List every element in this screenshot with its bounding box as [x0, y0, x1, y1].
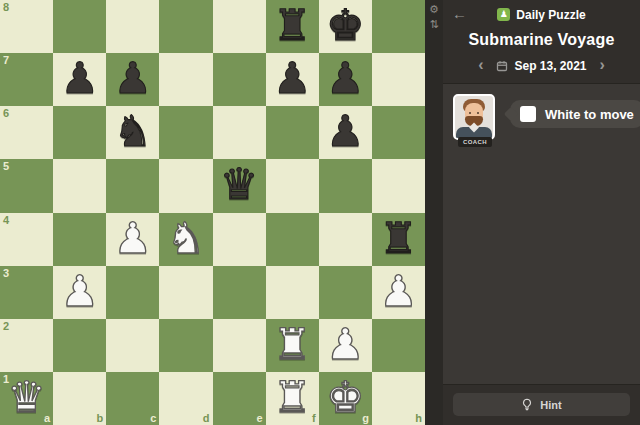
- square-e1[interactable]: e: [213, 372, 266, 425]
- hint-button[interactable]: Hint: [453, 393, 630, 416]
- square-a5[interactable]: 5: [0, 159, 53, 212]
- square-b7[interactable]: ♟: [53, 53, 106, 106]
- back-arrow-icon[interactable]: ←: [452, 6, 467, 21]
- white-rook[interactable]: ♜: [273, 323, 312, 366]
- daily-puzzle-row: ♟ Daily Puzzle: [451, 7, 632, 22]
- square-f8[interactable]: ♜: [266, 0, 319, 53]
- board-settings-gear-icon[interactable]: ⚙: [429, 3, 439, 16]
- daily-puzzle-icon: ♟: [497, 8, 510, 21]
- square-g7[interactable]: ♟: [319, 53, 372, 106]
- square-g8[interactable]: ♚: [319, 0, 372, 53]
- square-h5[interactable]: [372, 159, 425, 212]
- square-g3[interactable]: [319, 266, 372, 319]
- coach-avatar-wrap: COACH: [453, 94, 497, 140]
- black-rook[interactable]: ♜: [379, 217, 418, 260]
- coach-avatar: [453, 94, 495, 140]
- puzzle-date-group[interactable]: Sep 13, 2021: [496, 59, 586, 73]
- file-label-e: e: [257, 413, 263, 424]
- square-a7[interactable]: 7: [0, 53, 53, 106]
- square-b1[interactable]: b: [53, 372, 106, 425]
- sidebar-body: COACH White to move: [443, 84, 640, 384]
- square-a6[interactable]: 6: [0, 106, 53, 159]
- square-e7[interactable]: [213, 53, 266, 106]
- black-pawn[interactable]: ♟: [114, 57, 153, 100]
- square-h7[interactable]: [372, 53, 425, 106]
- avatar-eye: [469, 112, 471, 114]
- puzzle-name: Submarine Voyage: [451, 31, 632, 49]
- square-e4[interactable]: [213, 213, 266, 266]
- speech-bubble-tail: [504, 107, 518, 121]
- rank-label-7: 7: [3, 55, 9, 66]
- rank-label-6: 6: [3, 108, 9, 119]
- square-b2[interactable]: [53, 319, 106, 372]
- file-label-d: d: [203, 413, 210, 424]
- square-e2[interactable]: [213, 319, 266, 372]
- square-f6[interactable]: [266, 106, 319, 159]
- square-c2[interactable]: [106, 319, 159, 372]
- rank-label-5: 5: [3, 161, 9, 172]
- white-pawn[interactable]: ♟: [60, 270, 99, 313]
- next-puzzle-chevron[interactable]: ›: [600, 57, 605, 73]
- square-a3[interactable]: 3: [0, 266, 53, 319]
- black-king[interactable]: ♚: [326, 4, 365, 47]
- flip-board-icon[interactable]: ⇅: [429, 18, 438, 31]
- coach-speech-bubble: White to move: [510, 100, 640, 128]
- square-b8[interactable]: [53, 0, 106, 53]
- square-g1[interactable]: g♚: [319, 372, 372, 425]
- square-h1[interactable]: h: [372, 372, 425, 425]
- puzzle-date: Sep 13, 2021: [514, 59, 586, 73]
- square-d1[interactable]: d: [159, 372, 212, 425]
- square-b4[interactable]: [53, 213, 106, 266]
- rank-label-3: 3: [3, 268, 9, 279]
- puzzle-sidebar: ← ♟ Daily Puzzle Submarine Voyage ‹ Sep …: [443, 0, 640, 425]
- square-g5[interactable]: [319, 159, 372, 212]
- white-pawn[interactable]: ♟: [326, 323, 365, 366]
- square-f3[interactable]: [266, 266, 319, 319]
- file-label-b: b: [97, 413, 104, 424]
- white-knight[interactable]: ♞: [167, 217, 206, 260]
- square-b5[interactable]: [53, 159, 106, 212]
- square-e3[interactable]: [213, 266, 266, 319]
- square-b6[interactable]: [53, 106, 106, 159]
- black-pawn[interactable]: ♟: [60, 57, 99, 100]
- avatar-eye: [477, 112, 479, 114]
- white-pawn[interactable]: ♟: [379, 270, 418, 313]
- square-g6[interactable]: ♟: [319, 106, 372, 159]
- square-g2[interactable]: ♟: [319, 319, 372, 372]
- sidebar-footer: Hint: [443, 384, 640, 425]
- black-pawn[interactable]: ♟: [326, 57, 365, 100]
- square-c3[interactable]: [106, 266, 159, 319]
- square-c6[interactable]: ♞: [106, 106, 159, 159]
- square-a4[interactable]: 4: [0, 213, 53, 266]
- square-f7[interactable]: ♟: [266, 53, 319, 106]
- board-tool-strip: ⚙ ⇅: [425, 0, 443, 425]
- rank-label-8: 8: [3, 2, 9, 13]
- black-pawn[interactable]: ♟: [326, 110, 365, 153]
- chess-board: 8♜♚7♟♟♟♟6♞♟5♛4♟♞♜3♟♟2♜♟1a♛bcdef♜g♚h: [0, 0, 425, 425]
- white-to-move-square-icon: [520, 106, 536, 122]
- square-d5[interactable]: [159, 159, 212, 212]
- square-d7[interactable]: [159, 53, 212, 106]
- file-label-c: c: [150, 413, 156, 424]
- square-d8[interactable]: [159, 0, 212, 53]
- file-label-f: f: [312, 413, 316, 424]
- square-a1[interactable]: 1a♛: [0, 372, 53, 425]
- square-e8[interactable]: [213, 0, 266, 53]
- square-h8[interactable]: [372, 0, 425, 53]
- square-g4[interactable]: [319, 213, 372, 266]
- daily-puzzle-app: 8♜♚7♟♟♟♟6♞♟5♛4♟♞♜3♟♟2♜♟1a♛bcdef♜g♚h ⚙ ⇅ …: [0, 0, 640, 425]
- black-queen[interactable]: ♛: [220, 163, 259, 206]
- prev-puzzle-chevron[interactable]: ‹: [478, 57, 483, 73]
- white-queen[interactable]: ♛: [7, 376, 46, 419]
- calendar-icon: [496, 60, 508, 72]
- square-d4[interactable]: ♞: [159, 213, 212, 266]
- white-pawn[interactable]: ♟: [114, 217, 153, 260]
- coach-row: COACH White to move: [453, 94, 633, 140]
- square-a2[interactable]: 2: [0, 319, 53, 372]
- square-h4[interactable]: ♜: [372, 213, 425, 266]
- square-e6[interactable]: [213, 106, 266, 159]
- white-king[interactable]: ♚: [326, 376, 365, 419]
- square-b3[interactable]: ♟: [53, 266, 106, 319]
- daily-puzzle-title: Daily Puzzle: [516, 8, 585, 22]
- black-knight[interactable]: ♞: [114, 110, 153, 153]
- black-pawn[interactable]: ♟: [273, 57, 312, 100]
- square-c8[interactable]: [106, 0, 159, 53]
- square-h6[interactable]: [372, 106, 425, 159]
- square-f2[interactable]: ♜: [266, 319, 319, 372]
- square-a8[interactable]: 8: [0, 0, 53, 53]
- black-rook[interactable]: ♜: [273, 4, 312, 47]
- rank-label-4: 4: [3, 215, 9, 226]
- square-d6[interactable]: [159, 106, 212, 159]
- white-rook[interactable]: ♜: [273, 376, 312, 419]
- date-navigator: ‹ Sep 13, 2021 ›: [451, 58, 632, 74]
- square-d3[interactable]: [159, 266, 212, 319]
- square-h2[interactable]: [372, 319, 425, 372]
- square-e5[interactable]: ♛: [213, 159, 266, 212]
- sidebar-header: ← ♟ Daily Puzzle Submarine Voyage ‹ Sep …: [443, 0, 640, 84]
- white-to-move-text: White to move: [545, 107, 634, 122]
- square-h3[interactable]: ♟: [372, 266, 425, 319]
- lightbulb-icon: [521, 398, 533, 411]
- square-f5[interactable]: [266, 159, 319, 212]
- square-c7[interactable]: ♟: [106, 53, 159, 106]
- square-f4[interactable]: [266, 213, 319, 266]
- square-f1[interactable]: f♜: [266, 372, 319, 425]
- square-c1[interactable]: c: [106, 372, 159, 425]
- file-label-h: h: [415, 413, 422, 424]
- square-c5[interactable]: [106, 159, 159, 212]
- coach-badge: COACH: [458, 137, 492, 147]
- square-d2[interactable]: [159, 319, 212, 372]
- rank-label-2: 2: [3, 321, 9, 332]
- square-c4[interactable]: ♟: [106, 213, 159, 266]
- hint-label: Hint: [540, 399, 561, 411]
